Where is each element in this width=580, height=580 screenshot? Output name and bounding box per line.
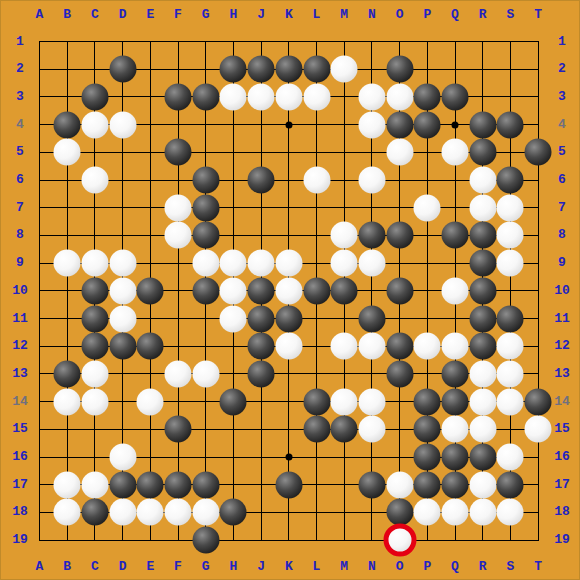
white-stone-S7[interactable] — [497, 194, 524, 221]
white-stone-R15[interactable] — [469, 416, 496, 443]
row-label: 13 — [12, 367, 28, 381]
white-stone-B17[interactable] — [54, 471, 81, 498]
white-stone-S14[interactable] — [497, 388, 524, 415]
black-stone-H14[interactable] — [220, 388, 247, 415]
black-stone-R5[interactable] — [469, 139, 496, 166]
black-stone-B4[interactable] — [54, 111, 81, 138]
row-label: 15 — [12, 422, 28, 436]
column-label: S — [506, 8, 514, 22]
column-label: T — [534, 8, 542, 22]
column-label: A — [36, 8, 44, 22]
black-stone-D12[interactable] — [109, 333, 136, 360]
row-label: 8 — [558, 228, 566, 242]
column-label: C — [91, 8, 99, 22]
white-stone-Q12[interactable] — [442, 333, 469, 360]
white-stone-N4[interactable] — [358, 111, 385, 138]
black-stone-B13[interactable] — [54, 360, 81, 387]
column-label: B — [63, 8, 71, 22]
last-move-marker — [383, 524, 416, 557]
column-label: N — [368, 560, 376, 574]
white-stone-L3[interactable] — [303, 83, 330, 110]
row-label: 10 — [554, 284, 570, 298]
column-label: E — [146, 8, 154, 22]
row-label: 17 — [12, 478, 28, 492]
black-stone-F3[interactable] — [165, 83, 192, 110]
white-stone-R18[interactable] — [469, 499, 496, 526]
column-label: L — [313, 560, 321, 574]
black-stone-R9[interactable] — [469, 250, 496, 277]
row-label: 4 — [16, 118, 24, 132]
white-stone-B18[interactable] — [54, 499, 81, 526]
row-label: 11 — [12, 312, 28, 326]
black-stone-G7[interactable] — [192, 194, 219, 221]
row-label: 5 — [16, 145, 24, 159]
black-stone-R4[interactable] — [469, 111, 496, 138]
white-stone-H3[interactable] — [220, 83, 247, 110]
column-label: R — [479, 8, 487, 22]
white-stone-C9[interactable] — [81, 250, 108, 277]
white-stone-N9[interactable] — [358, 250, 385, 277]
column-label: T — [534, 560, 542, 574]
white-stone-P7[interactable] — [414, 194, 441, 221]
grid-line-vertical — [538, 41, 539, 541]
black-stone-L10[interactable] — [303, 277, 330, 304]
white-stone-D18[interactable] — [109, 499, 136, 526]
black-stone-N17[interactable] — [358, 471, 385, 498]
white-stone-J9[interactable] — [248, 250, 275, 277]
column-label: N — [368, 8, 376, 22]
column-label: J — [257, 560, 265, 574]
column-label: H — [229, 8, 237, 22]
white-stone-C17[interactable] — [81, 471, 108, 498]
white-stone-N14[interactable] — [358, 388, 385, 415]
black-stone-C11[interactable] — [81, 305, 108, 332]
white-stone-M8[interactable] — [331, 222, 358, 249]
column-label: O — [396, 8, 404, 22]
white-stone-Q18[interactable] — [442, 499, 469, 526]
row-label: 14 — [12, 395, 28, 409]
column-label: H — [229, 560, 237, 574]
white-stone-M14[interactable] — [331, 388, 358, 415]
white-stone-S16[interactable] — [497, 444, 524, 471]
white-stone-R17[interactable] — [469, 471, 496, 498]
black-stone-M10[interactable] — [331, 277, 358, 304]
black-stone-O13[interactable] — [386, 360, 413, 387]
white-stone-T15[interactable] — [525, 416, 552, 443]
black-stone-Q16[interactable] — [442, 444, 469, 471]
white-stone-S9[interactable] — [497, 250, 524, 277]
column-label: Q — [451, 8, 459, 22]
black-stone-G8[interactable] — [192, 222, 219, 249]
black-stone-P16[interactable] — [414, 444, 441, 471]
white-stone-G13[interactable] — [192, 360, 219, 387]
column-label: A — [36, 560, 44, 574]
white-stone-J3[interactable] — [248, 83, 275, 110]
black-stone-N8[interactable] — [358, 222, 385, 249]
black-stone-R11[interactable] — [469, 305, 496, 332]
row-label: 4 — [558, 118, 566, 132]
column-label: E — [146, 560, 154, 574]
white-stone-R7[interactable] — [469, 194, 496, 221]
row-label: 7 — [558, 201, 566, 215]
black-stone-M15[interactable] — [331, 416, 358, 443]
black-stone-L2[interactable] — [303, 56, 330, 83]
black-stone-S11[interactable] — [497, 305, 524, 332]
column-label: K — [285, 560, 293, 574]
black-stone-D17[interactable] — [109, 471, 136, 498]
black-stone-Q17[interactable] — [442, 471, 469, 498]
row-label: 18 — [554, 505, 570, 519]
black-stone-Q8[interactable] — [442, 222, 469, 249]
star-point — [452, 121, 459, 128]
column-label: K — [285, 8, 293, 22]
black-stone-T5[interactable] — [525, 139, 552, 166]
black-stone-G17[interactable] — [192, 471, 219, 498]
black-stone-O2[interactable] — [386, 56, 413, 83]
black-stone-P3[interactable] — [414, 83, 441, 110]
black-stone-Q14[interactable] — [442, 388, 469, 415]
white-stone-B5[interactable] — [54, 139, 81, 166]
white-stone-S8[interactable] — [497, 222, 524, 249]
white-stone-K3[interactable] — [275, 83, 302, 110]
black-stone-O12[interactable] — [386, 333, 413, 360]
white-stone-D9[interactable] — [109, 250, 136, 277]
white-stone-S12[interactable] — [497, 333, 524, 360]
row-label: 17 — [554, 478, 570, 492]
black-stone-P15[interactable] — [414, 416, 441, 443]
row-label: 2 — [16, 62, 24, 76]
column-label: P — [423, 8, 431, 22]
row-label: 1 — [16, 35, 24, 49]
go-board[interactable]: ABCDEFGHJKLMNOPQRST ABCDEFGHJKLMNOPQRST … — [0, 0, 580, 580]
row-label: 2 — [558, 62, 566, 76]
white-stone-E14[interactable] — [137, 388, 164, 415]
white-stone-R13[interactable] — [469, 360, 496, 387]
column-label: F — [174, 8, 182, 22]
black-stone-P4[interactable] — [414, 111, 441, 138]
white-stone-P12[interactable] — [414, 333, 441, 360]
white-stone-B14[interactable] — [54, 388, 81, 415]
grid-line-horizontal — [39, 540, 539, 541]
column-label: R — [479, 560, 487, 574]
row-label: 19 — [12, 533, 28, 547]
row-label: 9 — [16, 256, 24, 270]
column-label: J — [257, 8, 265, 22]
white-stone-C14[interactable] — [81, 388, 108, 415]
white-stone-C4[interactable] — [81, 111, 108, 138]
black-stone-S4[interactable] — [497, 111, 524, 138]
black-stone-R12[interactable] — [469, 333, 496, 360]
row-label: 1 — [558, 35, 566, 49]
black-stone-O4[interactable] — [386, 111, 413, 138]
white-stone-D10[interactable] — [109, 277, 136, 304]
row-label: 15 — [554, 422, 570, 436]
white-stone-H9[interactable] — [220, 250, 247, 277]
white-stone-D11[interactable] — [109, 305, 136, 332]
white-stone-N15[interactable] — [358, 416, 385, 443]
black-stone-E10[interactable] — [137, 277, 164, 304]
white-stone-M12[interactable] — [331, 333, 358, 360]
black-stone-E17[interactable] — [137, 471, 164, 498]
black-stone-R10[interactable] — [469, 277, 496, 304]
black-stone-O10[interactable] — [386, 277, 413, 304]
column-label: D — [119, 8, 127, 22]
black-stone-P14[interactable] — [414, 388, 441, 415]
black-stone-H2[interactable] — [220, 56, 247, 83]
black-stone-C12[interactable] — [81, 333, 108, 360]
white-stone-M2[interactable] — [331, 56, 358, 83]
black-stone-J11[interactable] — [248, 305, 275, 332]
white-stone-F18[interactable] — [165, 499, 192, 526]
white-stone-L6[interactable] — [303, 167, 330, 194]
white-stone-C13[interactable] — [81, 360, 108, 387]
row-label: 18 — [12, 505, 28, 519]
black-stone-R16[interactable] — [469, 444, 496, 471]
row-label: 10 — [12, 284, 28, 298]
black-stone-L14[interactable] — [303, 388, 330, 415]
white-stone-N6[interactable] — [358, 167, 385, 194]
black-stone-N11[interactable] — [358, 305, 385, 332]
row-label: 3 — [16, 90, 24, 104]
white-stone-Q15[interactable] — [442, 416, 469, 443]
black-stone-J12[interactable] — [248, 333, 275, 360]
white-stone-N3[interactable] — [358, 83, 385, 110]
column-label: B — [63, 560, 71, 574]
white-stone-R14[interactable] — [469, 388, 496, 415]
black-stone-J13[interactable] — [248, 360, 275, 387]
row-label: 11 — [554, 312, 570, 326]
row-label: 6 — [16, 173, 24, 187]
column-label: M — [340, 560, 348, 574]
white-stone-H10[interactable] — [220, 277, 247, 304]
black-stone-Q13[interactable] — [442, 360, 469, 387]
black-stone-G19[interactable] — [192, 527, 219, 554]
black-stone-P17[interactable] — [414, 471, 441, 498]
column-label: S — [506, 560, 514, 574]
black-stone-S17[interactable] — [497, 471, 524, 498]
row-label: 8 — [16, 228, 24, 242]
black-stone-S6[interactable] — [497, 167, 524, 194]
white-stone-Q5[interactable] — [442, 139, 469, 166]
white-stone-B9[interactable] — [54, 250, 81, 277]
black-stone-L15[interactable] — [303, 416, 330, 443]
white-stone-P18[interactable] — [414, 499, 441, 526]
star-point — [285, 454, 292, 461]
row-label: 19 — [554, 533, 570, 547]
row-label: 9 — [558, 256, 566, 270]
white-stone-Q10[interactable] — [442, 277, 469, 304]
column-label: L — [313, 8, 321, 22]
white-stone-D4[interactable] — [109, 111, 136, 138]
black-stone-C10[interactable] — [81, 277, 108, 304]
black-stone-J10[interactable] — [248, 277, 275, 304]
row-label: 13 — [554, 367, 570, 381]
black-stone-K2[interactable] — [275, 56, 302, 83]
white-stone-R6[interactable] — [469, 167, 496, 194]
black-stone-F15[interactable] — [165, 416, 192, 443]
column-label: M — [340, 8, 348, 22]
column-label: P — [423, 560, 431, 574]
black-stone-J6[interactable] — [248, 167, 275, 194]
column-label: G — [202, 560, 210, 574]
black-stone-K11[interactable] — [275, 305, 302, 332]
row-label: 6 — [558, 173, 566, 187]
row-label: 3 — [558, 90, 566, 104]
black-stone-C3[interactable] — [81, 83, 108, 110]
white-stone-O17[interactable] — [386, 471, 413, 498]
white-stone-D16[interactable] — [109, 444, 136, 471]
black-stone-G3[interactable] — [192, 83, 219, 110]
white-stone-S13[interactable] — [497, 360, 524, 387]
black-stone-T14[interactable] — [525, 388, 552, 415]
column-label: C — [91, 560, 99, 574]
black-stone-F5[interactable] — [165, 139, 192, 166]
black-stone-H18[interactable] — [220, 499, 247, 526]
white-stone-K10[interactable] — [275, 277, 302, 304]
white-stone-O3[interactable] — [386, 83, 413, 110]
row-label: 12 — [12, 339, 28, 353]
black-stone-O8[interactable] — [386, 222, 413, 249]
white-stone-G18[interactable] — [192, 499, 219, 526]
black-stone-K17[interactable] — [275, 471, 302, 498]
row-label: 16 — [554, 450, 570, 464]
column-label: D — [119, 560, 127, 574]
black-stone-E12[interactable] — [137, 333, 164, 360]
black-stone-J2[interactable] — [248, 56, 275, 83]
column-label: G — [202, 8, 210, 22]
white-stone-S18[interactable] — [497, 499, 524, 526]
black-stone-O18[interactable] — [386, 499, 413, 526]
black-stone-Q3[interactable] — [442, 83, 469, 110]
white-stone-E18[interactable] — [137, 499, 164, 526]
black-stone-G10[interactable] — [192, 277, 219, 304]
white-stone-C6[interactable] — [81, 167, 108, 194]
row-label: 16 — [12, 450, 28, 464]
column-label: O — [396, 560, 404, 574]
column-label: F — [174, 560, 182, 574]
black-stone-G6[interactable] — [192, 167, 219, 194]
row-label: 7 — [16, 201, 24, 215]
black-stone-F17[interactable] — [165, 471, 192, 498]
star-point — [285, 121, 292, 128]
white-stone-F8[interactable] — [165, 222, 192, 249]
column-label: Q — [451, 560, 459, 574]
black-stone-D2[interactable] — [109, 56, 136, 83]
white-stone-K12[interactable] — [275, 333, 302, 360]
white-stone-O5[interactable] — [386, 139, 413, 166]
row-label: 5 — [558, 145, 566, 159]
black-stone-C18[interactable] — [81, 499, 108, 526]
white-stone-G9[interactable] — [192, 250, 219, 277]
row-label: 12 — [554, 339, 570, 353]
white-stone-F13[interactable] — [165, 360, 192, 387]
black-stone-R8[interactable] — [469, 222, 496, 249]
white-stone-N12[interactable] — [358, 333, 385, 360]
white-stone-K9[interactable] — [275, 250, 302, 277]
white-stone-F7[interactable] — [165, 194, 192, 221]
white-stone-M9[interactable] — [331, 250, 358, 277]
white-stone-H11[interactable] — [220, 305, 247, 332]
row-label: 14 — [554, 395, 570, 409]
